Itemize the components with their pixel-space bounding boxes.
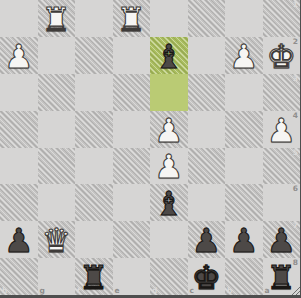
square-f4[interactable] — [75, 111, 113, 148]
square-g7[interactable]: ♛ — [38, 221, 76, 258]
rank-label-6: 6 — [293, 185, 298, 193]
square-h7[interactable]: ♟ — [0, 221, 38, 258]
black-king-icon[interactable]: ♚ — [191, 261, 221, 294]
square-c6[interactable] — [188, 184, 226, 221]
file-label-d: d — [152, 287, 157, 295]
square-e2[interactable] — [113, 37, 151, 74]
square-h4[interactable] — [0, 111, 38, 148]
square-f5[interactable] — [75, 148, 113, 185]
square-g4[interactable] — [38, 111, 76, 148]
square-a1[interactable]: 1 — [263, 0, 301, 37]
black-rook-icon[interactable]: ♜ — [266, 261, 296, 294]
square-g6[interactable] — [38, 184, 76, 221]
square-b4[interactable] — [225, 111, 263, 148]
square-a2[interactable]: ♚2 — [263, 37, 301, 74]
square-b8[interactable]: b — [225, 258, 263, 295]
square-g3[interactable] — [38, 74, 76, 111]
square-g5[interactable] — [38, 148, 76, 185]
square-d5[interactable]: ♟ — [150, 148, 188, 185]
square-f7[interactable] — [75, 221, 113, 258]
square-c4[interactable] — [188, 111, 226, 148]
white-rook-icon[interactable]: ♜ — [116, 3, 146, 36]
square-h2[interactable]: ♟ — [0, 37, 38, 74]
white-pawn-icon[interactable]: ♟ — [229, 40, 259, 73]
square-e4[interactable] — [113, 111, 151, 148]
white-pawn-icon[interactable]: ♟ — [4, 40, 34, 73]
square-f6[interactable] — [75, 184, 113, 221]
square-a3[interactable]: 3 — [263, 74, 301, 111]
square-f2[interactable] — [75, 37, 113, 74]
rank-label-1: 1 — [293, 1, 298, 9]
square-b6[interactable] — [225, 184, 263, 221]
square-g8[interactable]: g — [38, 258, 76, 295]
black-pawn-icon[interactable]: ♟ — [4, 224, 34, 257]
square-d8[interactable]: d — [150, 258, 188, 295]
rank-label-5: 5 — [293, 149, 298, 157]
square-d3[interactable] — [150, 74, 188, 111]
black-pawn-icon[interactable]: ♟ — [191, 224, 221, 257]
square-b3[interactable] — [225, 74, 263, 111]
white-pawn-icon[interactable]: ♟ — [154, 114, 184, 147]
square-a5[interactable]: 5 — [263, 148, 301, 185]
black-pawn-icon[interactable]: ♟ — [229, 224, 259, 257]
square-d1[interactable] — [150, 0, 188, 37]
square-e1[interactable]: ♜ — [113, 0, 151, 37]
square-c1[interactable] — [188, 0, 226, 37]
file-label-g: g — [40, 287, 45, 295]
square-f1[interactable] — [75, 0, 113, 37]
square-h3[interactable] — [0, 74, 38, 111]
square-c8[interactable]: ♚c — [188, 258, 226, 295]
black-bishop-icon[interactable]: ♝ — [154, 40, 184, 73]
file-label-h: h — [2, 287, 7, 295]
square-h8[interactable]: h — [0, 258, 38, 295]
chess-board: ♜♜1♟♝♟♚23♟♟4♟5♝6♟♛♟♟♟7hg♜fed♚cb♜8a — [0, 0, 300, 295]
square-e3[interactable] — [113, 74, 151, 111]
square-a6[interactable]: 6 — [263, 184, 301, 221]
square-c7[interactable]: ♟ — [188, 221, 226, 258]
square-a4[interactable]: ♟4 — [263, 111, 301, 148]
square-b1[interactable] — [225, 0, 263, 37]
square-d4[interactable]: ♟ — [150, 111, 188, 148]
rank-label-3: 3 — [293, 75, 298, 83]
square-g1[interactable]: ♜ — [38, 0, 76, 37]
square-f3[interactable] — [75, 74, 113, 111]
white-queen-icon[interactable]: ♛ — [41, 224, 71, 257]
square-d2[interactable]: ♝ — [150, 37, 188, 74]
white-rook-icon[interactable]: ♜ — [41, 3, 71, 36]
square-c3[interactable] — [188, 74, 226, 111]
square-h1[interactable] — [0, 0, 38, 37]
square-g2[interactable] — [38, 37, 76, 74]
square-e5[interactable] — [113, 148, 151, 185]
square-b2[interactable]: ♟ — [225, 37, 263, 74]
white-pawn-icon[interactable]: ♟ — [154, 150, 184, 183]
square-e7[interactable] — [113, 221, 151, 258]
square-c2[interactable] — [188, 37, 226, 74]
square-f8[interactable]: ♜f — [75, 258, 113, 295]
black-bishop-icon[interactable]: ♝ — [154, 187, 184, 220]
black-pawn-icon[interactable]: ♟ — [266, 224, 296, 257]
square-c5[interactable] — [188, 148, 226, 185]
square-a7[interactable]: ♟7 — [263, 221, 301, 258]
square-b7[interactable]: ♟ — [225, 221, 263, 258]
square-h6[interactable] — [0, 184, 38, 221]
square-h5[interactable] — [0, 148, 38, 185]
square-b5[interactable] — [225, 148, 263, 185]
square-e8[interactable]: e — [113, 258, 151, 295]
white-king-icon[interactable]: ♚ — [266, 40, 296, 73]
white-pawn-icon[interactable]: ♟ — [266, 114, 296, 147]
file-label-b: b — [227, 287, 232, 295]
file-label-e: e — [115, 287, 120, 295]
square-d6[interactable]: ♝ — [150, 184, 188, 221]
black-rook-icon[interactable]: ♜ — [79, 261, 109, 294]
square-a8[interactable]: ♜8a — [263, 258, 301, 295]
square-d7[interactable] — [150, 221, 188, 258]
square-e6[interactable] — [113, 184, 151, 221]
